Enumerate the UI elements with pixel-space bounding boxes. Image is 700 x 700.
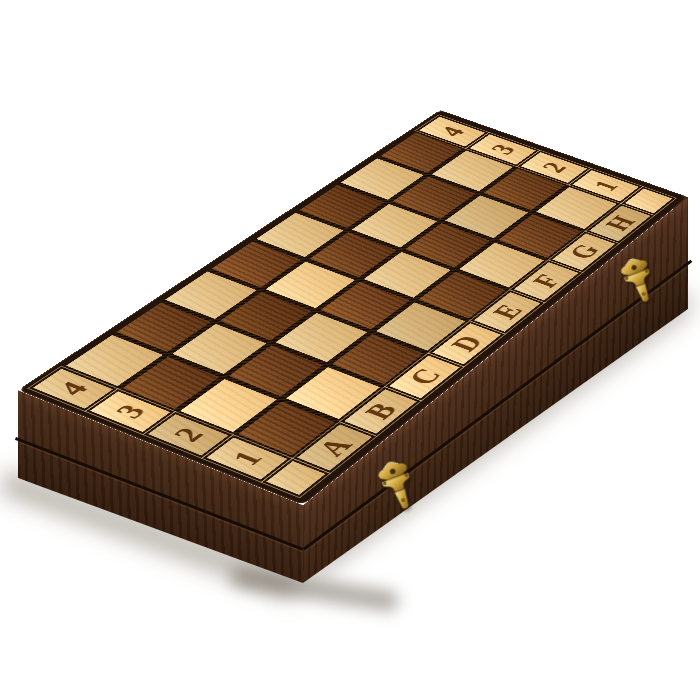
product-photo: 44332211ABCDEFGH	[0, 0, 700, 700]
